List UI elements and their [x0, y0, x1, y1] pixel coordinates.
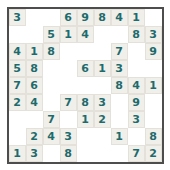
- cell-r5c4[interactable]: [60, 77, 78, 95]
- cell-r9c2[interactable]: 3: [26, 145, 44, 162]
- cell-r9c5[interactable]: [77, 145, 95, 162]
- cell-r2c2[interactable]: [26, 26, 44, 44]
- cell-r9c8[interactable]: 7: [128, 145, 146, 162]
- cell-r5c1[interactable]: 7: [9, 77, 27, 95]
- cell-r4c5[interactable]: 6: [77, 60, 95, 78]
- cell-r9c1[interactable]: 1: [9, 145, 27, 162]
- cell-r7c1[interactable]: [9, 111, 27, 129]
- cell-r7c9[interactable]: [145, 111, 162, 129]
- cell-r4c7[interactable]: 3: [111, 60, 129, 78]
- cell-r5c9[interactable]: 1: [145, 77, 162, 95]
- cell-r9c4[interactable]: 8: [60, 145, 78, 162]
- cell-r7c8[interactable]: 3: [128, 111, 146, 129]
- cell-r5c8[interactable]: 4: [128, 77, 146, 95]
- cell-r7c7[interactable]: [111, 111, 129, 129]
- cell-r2c5[interactable]: 4: [77, 26, 95, 44]
- cell-r8c5[interactable]: [77, 128, 95, 146]
- cell-r4c4[interactable]: [60, 60, 78, 78]
- cell-r2c7[interactable]: [111, 26, 129, 44]
- cell-r5c5[interactable]: [77, 77, 95, 95]
- cell-r7c5[interactable]: 1: [77, 111, 95, 129]
- cell-r8c1[interactable]: [9, 128, 27, 146]
- cell-r2c1[interactable]: [9, 26, 27, 44]
- sudoku-page: 3698415148341879586137684124783971232431…: [0, 0, 170, 170]
- cell-r9c9[interactable]: 2: [145, 145, 162, 162]
- cell-r5c7[interactable]: 8: [111, 77, 129, 95]
- cell-r8c9[interactable]: 8: [145, 128, 162, 146]
- cell-r1c8[interactable]: 1: [128, 9, 146, 27]
- cell-r4c9[interactable]: [145, 60, 162, 78]
- cell-r2c8[interactable]: 8: [128, 26, 146, 44]
- cell-r2c4[interactable]: 1: [60, 26, 78, 44]
- cell-r7c2[interactable]: [26, 111, 44, 129]
- cell-r2c9[interactable]: 3: [145, 26, 162, 44]
- cell-r1c1[interactable]: 3: [9, 9, 27, 27]
- cell-r4c2[interactable]: 8: [26, 60, 44, 78]
- cell-r9c7[interactable]: [111, 145, 129, 162]
- sudoku-board: 3698415148341879586137684124783971232431…: [7, 7, 164, 164]
- cell-r8c7[interactable]: 1: [111, 128, 129, 146]
- cell-r8c8[interactable]: [128, 128, 146, 146]
- cell-r1c4[interactable]: 6: [60, 9, 78, 27]
- cell-r1c7[interactable]: 4: [111, 9, 129, 27]
- cell-r5c2[interactable]: 6: [26, 77, 44, 95]
- cell-r8c4[interactable]: 3: [60, 128, 78, 146]
- cell-r4c8[interactable]: [128, 60, 146, 78]
- cell-r4c1[interactable]: 5: [9, 60, 27, 78]
- cell-r1c9[interactable]: [145, 9, 162, 27]
- cell-r1c5[interactable]: 9: [77, 9, 95, 27]
- cell-r7c4[interactable]: [60, 111, 78, 129]
- cell-r8c2[interactable]: 2: [26, 128, 44, 146]
- cell-r1c2[interactable]: [26, 9, 44, 27]
